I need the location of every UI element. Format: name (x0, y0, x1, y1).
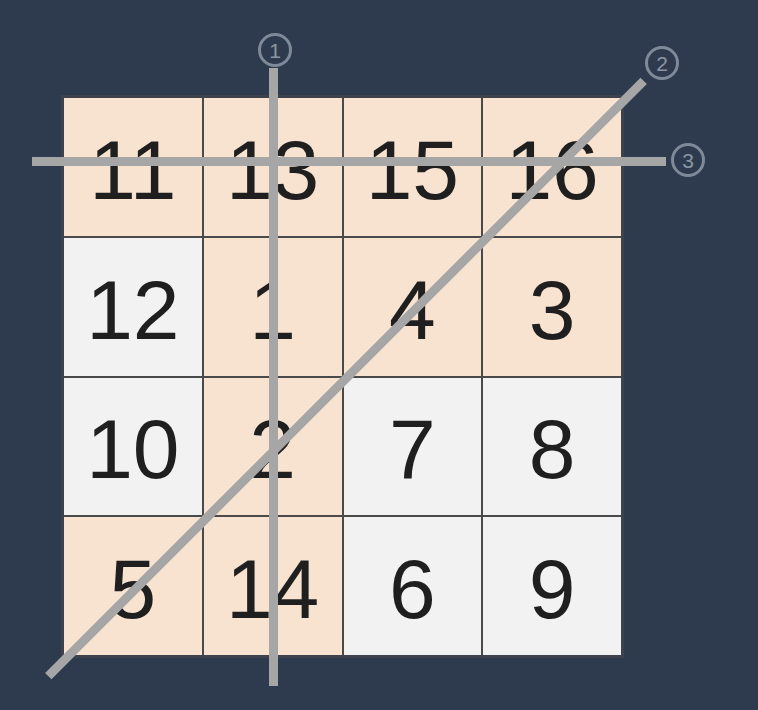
cell-r3c4: 8 (483, 378, 621, 516)
circled-label-2: 2 (645, 46, 679, 80)
cell-r1c1: 11 (64, 98, 202, 236)
cell-r2c4: 3 (483, 238, 621, 376)
cell-r4c4: 9 (483, 517, 621, 655)
cell-r3c1: 10 (64, 378, 202, 516)
cell-r3c3: 7 (344, 378, 482, 516)
cell-r1c3: 15 (344, 98, 482, 236)
circled-label-1: 1 (258, 33, 292, 67)
annotation-line-3-horizontal (32, 157, 666, 166)
cell-r4c3: 6 (344, 517, 482, 655)
circled-label-3: 3 (671, 143, 705, 177)
cell-r2c1: 12 (64, 238, 202, 376)
